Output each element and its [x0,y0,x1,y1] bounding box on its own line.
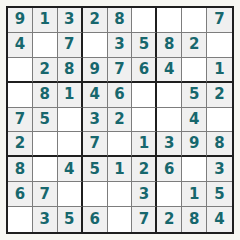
sudoku-board: 9132874735822897641814652753242713988451… [6,6,234,234]
sudoku-page: 9132874735822897641814652753242713988451… [0,0,240,240]
cell-r2c8[interactable]: 2 [182,33,207,58]
cell-r3c2[interactable]: 2 [33,58,58,83]
cell-r8c9[interactable]: 5 [207,182,232,207]
cell-r8c7[interactable] [157,182,182,207]
cell-r8c3[interactable] [58,182,83,207]
cell-r5c2[interactable]: 5 [33,108,58,133]
cell-r7c2[interactable] [33,157,58,182]
cell-r9c3[interactable]: 5 [58,207,83,232]
cell-r1c6[interactable] [132,8,157,33]
cell-r4c1[interactable] [8,83,33,108]
cell-r4c9[interactable]: 2 [207,83,232,108]
cell-r1c2[interactable]: 1 [33,8,58,33]
cell-r4c5[interactable]: 6 [108,83,133,108]
cell-r4c3[interactable]: 1 [58,83,83,108]
cell-r4c8[interactable]: 5 [182,83,207,108]
cell-r1c7[interactable] [157,8,182,33]
cell-r5c7[interactable] [157,108,182,133]
cell-r3c8[interactable] [182,58,207,83]
cell-r4c7[interactable] [157,83,182,108]
cell-r3c4[interactable]: 9 [83,58,108,83]
cell-r8c6[interactable]: 3 [132,182,157,207]
cell-r5c6[interactable] [132,108,157,133]
cell-r1c8[interactable] [182,8,207,33]
cell-r7c8[interactable] [182,157,207,182]
cell-r1c9[interactable]: 7 [207,8,232,33]
cell-r6c8[interactable]: 9 [182,132,207,157]
cell-r2c7[interactable]: 8 [157,33,182,58]
cell-r6c9[interactable]: 8 [207,132,232,157]
cell-r5c9[interactable] [207,108,232,133]
cell-r9c1[interactable] [8,207,33,232]
cell-r9c6[interactable]: 7 [132,207,157,232]
cell-r7c4[interactable]: 5 [83,157,108,182]
cell-r3c5[interactable]: 7 [108,58,133,83]
cell-r6c7[interactable]: 3 [157,132,182,157]
cell-r2c2[interactable] [33,33,58,58]
cell-r5c4[interactable]: 3 [83,108,108,133]
cell-r6c4[interactable]: 7 [83,132,108,157]
cell-r9c9[interactable]: 4 [207,207,232,232]
cell-r4c4[interactable]: 4 [83,83,108,108]
cell-r3c1[interactable] [8,58,33,83]
cell-r6c1[interactable]: 2 [8,132,33,157]
cell-r2c1[interactable]: 4 [8,33,33,58]
cell-r4c6[interactable] [132,83,157,108]
cell-r3c7[interactable]: 4 [157,58,182,83]
cell-r7c6[interactable]: 2 [132,157,157,182]
cell-r8c2[interactable]: 7 [33,182,58,207]
cell-r9c7[interactable]: 2 [157,207,182,232]
cell-r4c2[interactable]: 8 [33,83,58,108]
cell-r2c6[interactable]: 5 [132,33,157,58]
cell-r7c1[interactable]: 8 [8,157,33,182]
cell-r5c3[interactable] [58,108,83,133]
cell-r7c5[interactable]: 1 [108,157,133,182]
cell-r2c9[interactable] [207,33,232,58]
cell-r9c2[interactable]: 3 [33,207,58,232]
cell-r5c1[interactable]: 7 [8,108,33,133]
cell-r3c9[interactable]: 1 [207,58,232,83]
cell-r8c4[interactable] [83,182,108,207]
cell-r9c8[interactable]: 8 [182,207,207,232]
cell-r8c5[interactable] [108,182,133,207]
cell-r1c5[interactable]: 8 [108,8,133,33]
cell-r3c6[interactable]: 6 [132,58,157,83]
cell-r9c4[interactable]: 6 [83,207,108,232]
cell-r1c4[interactable]: 2 [83,8,108,33]
cell-r2c3[interactable]: 7 [58,33,83,58]
cell-r7c9[interactable]: 3 [207,157,232,182]
cell-r2c4[interactable] [83,33,108,58]
cell-r1c3[interactable]: 3 [58,8,83,33]
cell-r5c8[interactable]: 4 [182,108,207,133]
cell-r1c1[interactable]: 9 [8,8,33,33]
cell-r6c6[interactable]: 1 [132,132,157,157]
cell-r6c3[interactable] [58,132,83,157]
cell-r7c3[interactable]: 4 [58,157,83,182]
cell-r6c2[interactable] [33,132,58,157]
cell-r7c7[interactable]: 6 [157,157,182,182]
cell-r6c5[interactable] [108,132,133,157]
cell-r9c5[interactable] [108,207,133,232]
cell-r8c1[interactable]: 6 [8,182,33,207]
cell-r3c3[interactable]: 8 [58,58,83,83]
cell-r2c5[interactable]: 3 [108,33,133,58]
cell-r5c5[interactable]: 2 [108,108,133,133]
cell-r8c8[interactable]: 1 [182,182,207,207]
